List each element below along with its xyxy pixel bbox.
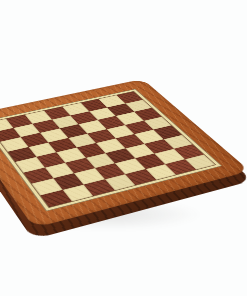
chessboard-product-photo — [0, 0, 247, 296]
